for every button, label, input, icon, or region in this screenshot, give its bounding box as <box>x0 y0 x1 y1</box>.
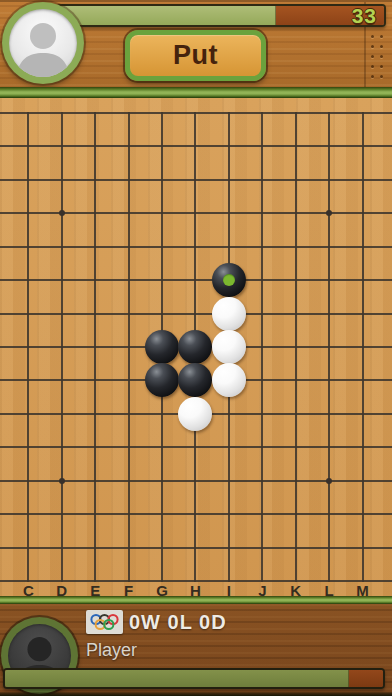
gomoku-board[interactable] <box>0 98 392 596</box>
player-progress-fill <box>5 670 349 687</box>
person-icon <box>9 9 77 77</box>
opponent-avatar <box>2 2 84 84</box>
player-name: Player <box>86 640 137 660</box>
olympic-rings-flag-icon <box>86 610 123 634</box>
person-silhouette-icon <box>9 11 77 77</box>
put-button-label: Put <box>173 40 218 71</box>
timer-bar: 33 <box>56 4 386 27</box>
player-progress-bar <box>3 668 385 689</box>
player-record: 0W 0L 0D <box>129 611 227 633</box>
put-button[interactable]: Put <box>125 30 266 81</box>
screen-bottom-edge <box>0 692 392 696</box>
divider-bottom <box>0 596 392 604</box>
divider-top <box>0 87 392 98</box>
timer-value: 33 <box>352 4 377 27</box>
timer-fill <box>58 6 276 25</box>
screen-top-edge <box>0 0 392 2</box>
app-screen: 33 Put CDEFGHIJKLM <box>0 0 392 696</box>
